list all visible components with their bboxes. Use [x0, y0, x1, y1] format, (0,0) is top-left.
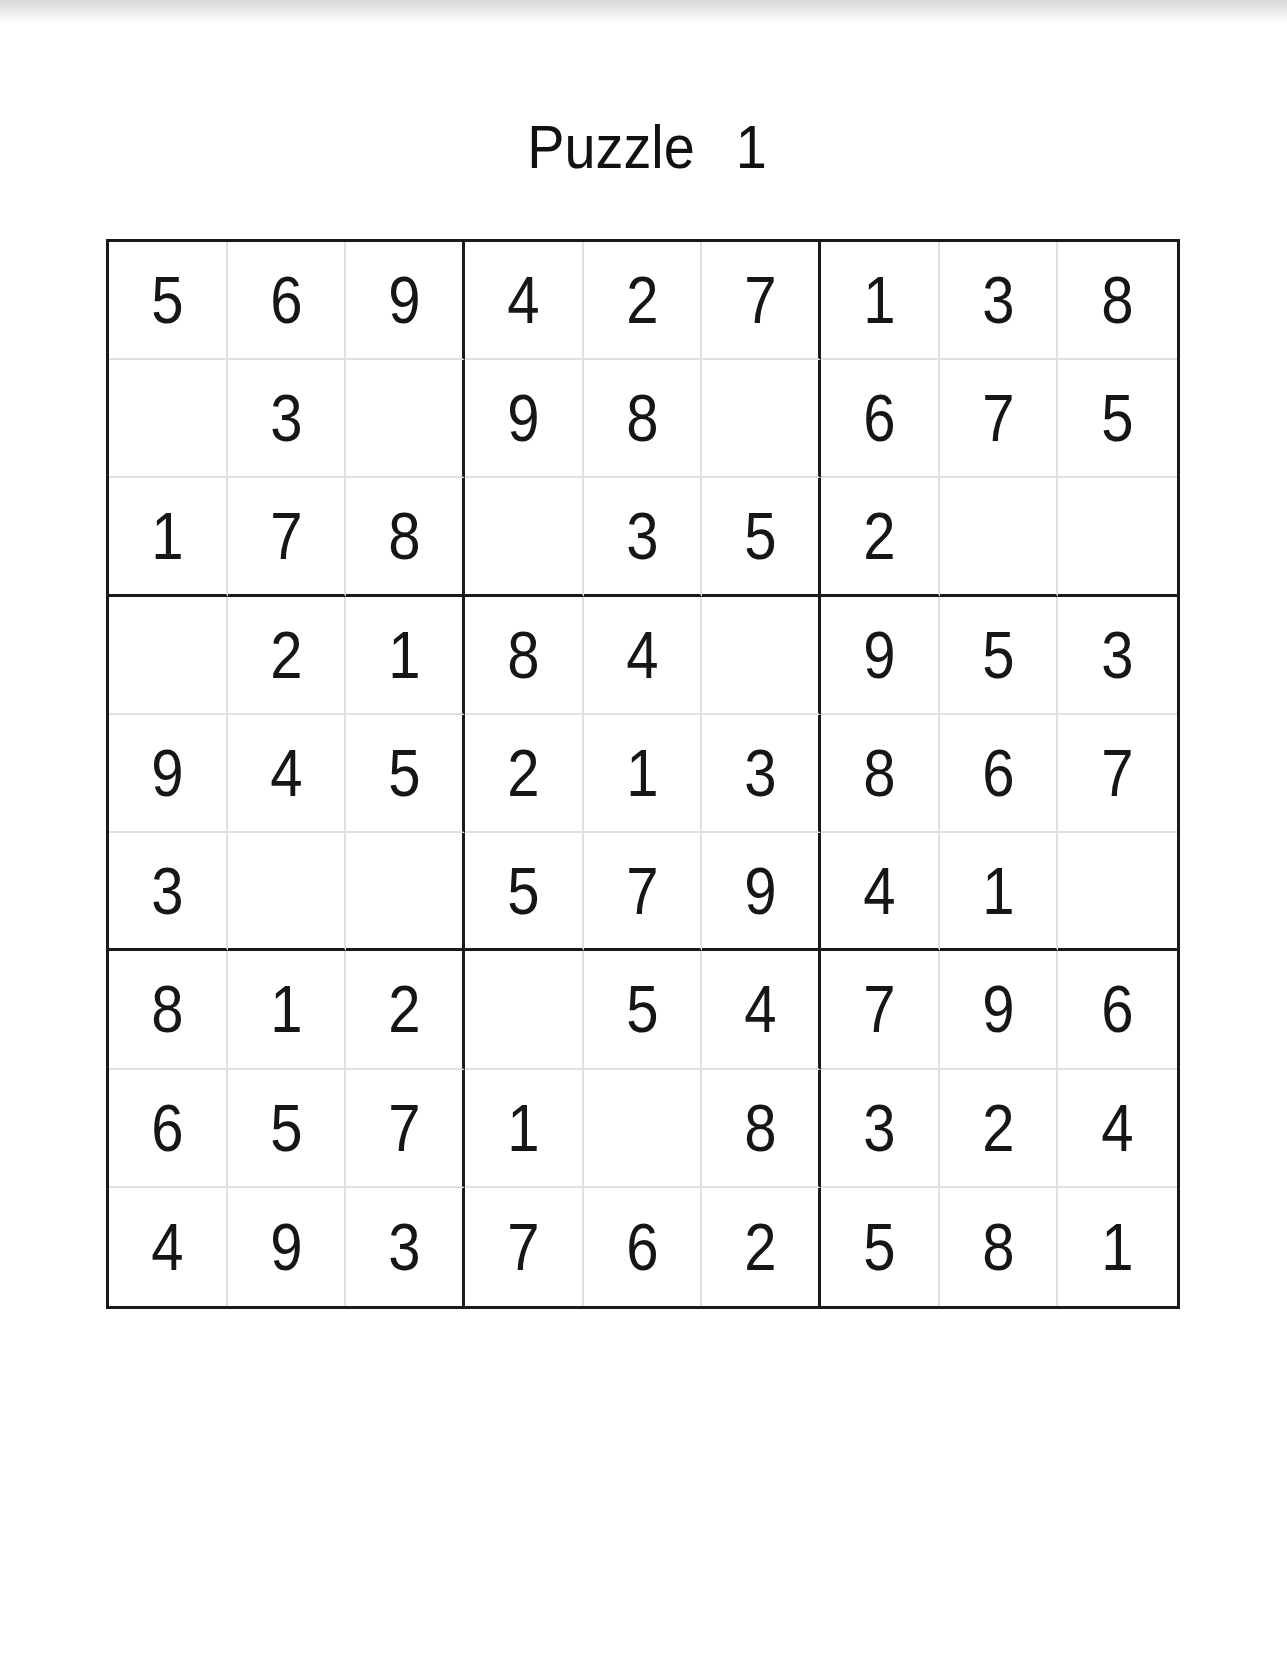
cell-digit: 7 — [863, 976, 895, 1042]
sudoku-cell: 9 — [702, 833, 821, 951]
sudoku-cell — [940, 478, 1059, 596]
sudoku-cell: 8 — [584, 360, 703, 478]
sudoku-cell: 8 — [702, 1070, 821, 1188]
page-top-shadow — [0, 0, 1287, 24]
cell-digit: 6 — [863, 385, 895, 451]
cell-digit: 3 — [744, 740, 776, 806]
cell-digit: 7 — [507, 1214, 539, 1280]
sudoku-cell: 5 — [109, 242, 228, 360]
cell-digit: 3 — [270, 385, 302, 451]
sudoku-cell: 1 — [940, 833, 1059, 951]
sudoku-cell: 1 — [584, 715, 703, 833]
sudoku-cell — [109, 360, 228, 478]
sudoku-cell: 5 — [228, 1070, 347, 1188]
sudoku-cell: 8 — [465, 597, 584, 715]
sudoku-cell: 9 — [940, 951, 1059, 1069]
sudoku-cell: 7 — [584, 833, 703, 951]
cell-digit: 7 — [270, 503, 302, 569]
cell-digit: 4 — [744, 976, 776, 1042]
sudoku-cell: 4 — [821, 833, 940, 951]
cell-digit: 2 — [626, 267, 658, 333]
sudoku-cell: 8 — [346, 478, 465, 596]
sudoku-cell: 8 — [940, 1188, 1059, 1306]
sudoku-cell: 5 — [821, 1188, 940, 1306]
sudoku-cell: 7 — [1058, 715, 1177, 833]
cell-digit: 8 — [388, 503, 420, 569]
cell-digit: 5 — [626, 976, 658, 1042]
cell-digit: 7 — [388, 1095, 420, 1161]
cell-digit: 3 — [982, 267, 1014, 333]
sudoku-cell: 5 — [346, 715, 465, 833]
cell-digit: 5 — [1102, 385, 1134, 451]
sudoku-cell: 4 — [1058, 1070, 1177, 1188]
cell-digit: 9 — [744, 858, 776, 924]
sudoku-cell: 5 — [584, 951, 703, 1069]
sudoku-cell — [346, 833, 465, 951]
cell-digit: 9 — [507, 385, 539, 451]
cell-digit: 1 — [863, 267, 895, 333]
cell-digit: 8 — [507, 622, 539, 688]
sudoku-cell — [702, 597, 821, 715]
cell-digit: 1 — [626, 740, 658, 806]
cell-digit: 4 — [270, 740, 302, 806]
sudoku-cell — [1058, 833, 1177, 951]
cell-digit: 1 — [270, 976, 302, 1042]
sudoku-cell: 6 — [940, 715, 1059, 833]
cell-digit: 2 — [982, 1095, 1014, 1161]
sudoku-cell: 3 — [346, 1188, 465, 1306]
cell-digit: 6 — [626, 1214, 658, 1280]
cell-digit: 1 — [507, 1095, 539, 1161]
cell-digit: 2 — [744, 1214, 776, 1280]
cell-digit: 5 — [863, 1214, 895, 1280]
cell-digit: 5 — [270, 1095, 302, 1161]
cell-digit: 8 — [1102, 267, 1134, 333]
sudoku-cell: 4 — [702, 951, 821, 1069]
sudoku-cell: 6 — [1058, 951, 1177, 1069]
sudoku-cell — [465, 478, 584, 596]
cell-digit: 9 — [388, 267, 420, 333]
cell-digit: 2 — [863, 503, 895, 569]
cell-digit: 4 — [1102, 1095, 1134, 1161]
cell-digit: 1 — [982, 858, 1014, 924]
sudoku-cell: 1 — [821, 242, 940, 360]
sudoku-cell: 7 — [465, 1188, 584, 1306]
cell-digit: 3 — [1102, 622, 1134, 688]
cell-digit: 9 — [270, 1214, 302, 1280]
sudoku-cell: 3 — [228, 360, 347, 478]
sudoku-cell: 2 — [465, 715, 584, 833]
sudoku-cell: 7 — [821, 951, 940, 1069]
cell-digit: 7 — [982, 385, 1014, 451]
cell-digit: 5 — [744, 503, 776, 569]
cell-digit: 8 — [626, 385, 658, 451]
cell-digit: 9 — [151, 740, 183, 806]
sudoku-cell: 4 — [228, 715, 347, 833]
sudoku-cell: 4 — [109, 1188, 228, 1306]
cell-digit: 1 — [388, 622, 420, 688]
cell-digit: 5 — [151, 267, 183, 333]
sudoku-cell: 1 — [1058, 1188, 1177, 1306]
sudoku-cell: 9 — [346, 242, 465, 360]
puzzle-title-word: Puzzle — [528, 116, 695, 178]
puzzle-title-number: 1 — [736, 116, 767, 178]
sudoku-cell: 5 — [940, 597, 1059, 715]
sudoku-cell — [465, 951, 584, 1069]
sudoku-cell: 2 — [228, 597, 347, 715]
cell-digit: 8 — [982, 1214, 1014, 1280]
cell-digit: 5 — [982, 622, 1014, 688]
sudoku-cell: 4 — [584, 597, 703, 715]
cell-digit: 3 — [151, 858, 183, 924]
sudoku-cell: 5 — [1058, 360, 1177, 478]
cell-digit: 1 — [1102, 1214, 1134, 1280]
sudoku-cell: 7 — [346, 1070, 465, 1188]
sudoku-cell: 2 — [702, 1188, 821, 1306]
cell-digit: 9 — [982, 976, 1014, 1042]
sudoku-cell: 3 — [940, 242, 1059, 360]
sudoku-cell: 1 — [109, 478, 228, 596]
sudoku-cell: 1 — [346, 597, 465, 715]
sudoku-cell: 1 — [465, 1070, 584, 1188]
puzzle-title: Puzzle1 — [0, 116, 1287, 178]
sudoku-cell — [702, 360, 821, 478]
cell-digit: 2 — [388, 976, 420, 1042]
sudoku-cell: 3 — [702, 715, 821, 833]
sudoku-cell: 8 — [109, 951, 228, 1069]
sudoku-cell: 9 — [228, 1188, 347, 1306]
sudoku-cell — [228, 833, 347, 951]
cell-digit: 6 — [982, 740, 1014, 806]
cell-digit: 6 — [151, 1095, 183, 1161]
cell-digit: 4 — [626, 622, 658, 688]
sudoku-cell: 6 — [228, 242, 347, 360]
sudoku-cell: 9 — [821, 597, 940, 715]
cell-digit: 8 — [863, 740, 895, 806]
cell-digit: 3 — [388, 1214, 420, 1280]
sudoku-cell: 2 — [584, 242, 703, 360]
sudoku-cell — [584, 1070, 703, 1188]
sudoku-cell: 1 — [228, 951, 347, 1069]
cell-digit: 3 — [863, 1095, 895, 1161]
cell-digit: 5 — [388, 740, 420, 806]
sudoku-cell: 3 — [1058, 597, 1177, 715]
cell-digit: 2 — [507, 740, 539, 806]
sudoku-cell: 5 — [702, 478, 821, 596]
sudoku-cell: 6 — [584, 1188, 703, 1306]
cell-digit: 1 — [151, 503, 183, 569]
cell-digit: 4 — [151, 1214, 183, 1280]
sudoku-cell: 7 — [702, 242, 821, 360]
cell-digit: 6 — [1102, 976, 1134, 1042]
sudoku-cell — [1058, 478, 1177, 596]
sudoku-cell: 6 — [109, 1070, 228, 1188]
sudoku-cell: 6 — [821, 360, 940, 478]
cell-digit: 7 — [1102, 740, 1134, 806]
cell-digit: 4 — [863, 858, 895, 924]
cell-digit: 4 — [507, 267, 539, 333]
cell-digit: 7 — [626, 858, 658, 924]
sudoku-cell — [109, 597, 228, 715]
sudoku-board: 5694271383986751783522184953945213867357… — [106, 239, 1180, 1309]
cell-digit: 8 — [744, 1095, 776, 1161]
cell-digit: 9 — [863, 622, 895, 688]
sudoku-cell: 8 — [821, 715, 940, 833]
sudoku-cell: 2 — [346, 951, 465, 1069]
sudoku-cell: 9 — [465, 360, 584, 478]
cell-digit: 2 — [270, 622, 302, 688]
sudoku-cell: 3 — [821, 1070, 940, 1188]
sudoku-cell: 7 — [228, 478, 347, 596]
sudoku-cell: 8 — [1058, 242, 1177, 360]
sudoku-cell: 3 — [109, 833, 228, 951]
cell-digit: 6 — [270, 267, 302, 333]
cell-digit: 3 — [626, 503, 658, 569]
cell-digit: 8 — [151, 976, 183, 1042]
cell-digit: 5 — [507, 858, 539, 924]
sudoku-cell: 7 — [940, 360, 1059, 478]
sudoku-cell: 2 — [821, 478, 940, 596]
sudoku-cell: 9 — [109, 715, 228, 833]
sudoku-cell: 4 — [465, 242, 584, 360]
sudoku-cell — [346, 360, 465, 478]
cell-digit: 7 — [744, 267, 776, 333]
sudoku-cell: 3 — [584, 478, 703, 596]
sudoku-cell: 5 — [465, 833, 584, 951]
sudoku-cell: 2 — [940, 1070, 1059, 1188]
